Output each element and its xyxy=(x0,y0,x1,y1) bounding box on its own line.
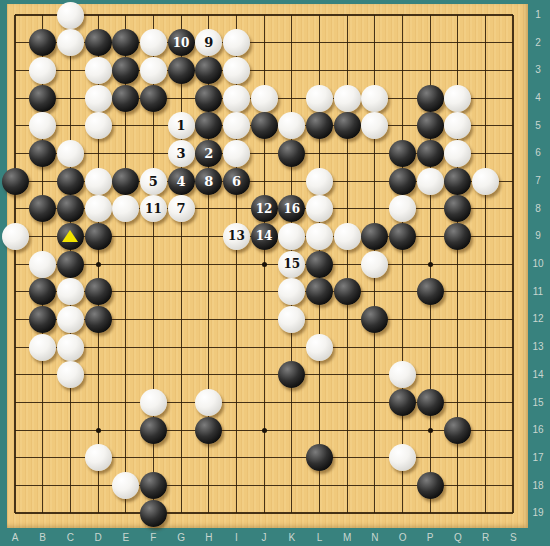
coord-label-row-11: 11 xyxy=(528,286,548,297)
stone-C12[interactable] xyxy=(57,306,84,333)
stone-G5[interactable]: 1 xyxy=(168,112,195,139)
triangle-marker xyxy=(62,230,78,242)
coord-label-col-G: G xyxy=(171,532,191,543)
stone-J9[interactable]: 14 xyxy=(251,223,278,250)
stone-L7[interactable] xyxy=(306,168,333,195)
coord-label-col-K: K xyxy=(282,532,302,543)
coord-label-row-5: 5 xyxy=(528,120,548,131)
coord-label-row-17: 17 xyxy=(528,452,548,463)
stone-O15[interactable] xyxy=(389,389,416,416)
stone-H3[interactable] xyxy=(195,57,222,84)
stone-L9[interactable] xyxy=(306,223,333,250)
coord-label-col-O: O xyxy=(393,532,413,543)
stone-B4[interactable] xyxy=(29,85,56,112)
stone-Q16[interactable] xyxy=(444,417,471,444)
stone-D5[interactable] xyxy=(85,112,112,139)
move-number-15: 15 xyxy=(283,258,300,270)
coord-label-col-F: F xyxy=(143,532,163,543)
coord-label-col-S: S xyxy=(503,532,523,543)
stone-C2[interactable] xyxy=(57,29,84,56)
stone-M5[interactable] xyxy=(334,112,361,139)
go-board-app: ABCDEFGHIJKLMNOPQRS123456789101112131415… xyxy=(0,0,550,546)
coord-label-row-18: 18 xyxy=(528,480,548,491)
stone-P11[interactable] xyxy=(417,278,444,305)
stone-R7[interactable] xyxy=(472,168,499,195)
stone-D4[interactable] xyxy=(85,85,112,112)
stone-P4[interactable] xyxy=(417,85,444,112)
move-number-8: 8 xyxy=(204,175,213,188)
coord-label-row-14: 14 xyxy=(528,369,548,380)
coord-label-col-R: R xyxy=(476,532,496,543)
coord-label-row-19: 19 xyxy=(528,507,548,518)
stone-H4[interactable] xyxy=(195,85,222,112)
stone-G8[interactable]: 7 xyxy=(168,195,195,222)
stone-L10[interactable] xyxy=(306,251,333,278)
coord-label-row-1: 1 xyxy=(528,9,548,20)
stone-I5[interactable] xyxy=(223,112,250,139)
stone-G2[interactable]: 10 xyxy=(168,29,195,56)
stone-F15[interactable] xyxy=(140,389,167,416)
stone-L4[interactable] xyxy=(306,85,333,112)
coord-label-row-8: 8 xyxy=(528,203,548,214)
coord-label-row-3: 3 xyxy=(528,64,548,75)
stone-Q4[interactable] xyxy=(444,85,471,112)
stone-D3[interactable] xyxy=(85,57,112,84)
move-number-10: 10 xyxy=(173,37,190,49)
stone-A7[interactable] xyxy=(2,168,29,195)
coord-label-col-Q: Q xyxy=(448,532,468,543)
stone-B10[interactable] xyxy=(29,251,56,278)
stone-M11[interactable] xyxy=(334,278,361,305)
coord-label-row-16: 16 xyxy=(528,424,548,435)
stone-P18[interactable] xyxy=(417,472,444,499)
stone-J5[interactable] xyxy=(251,112,278,139)
move-number-7: 7 xyxy=(177,202,186,215)
move-number-14: 14 xyxy=(256,230,273,242)
stone-C13[interactable] xyxy=(57,334,84,361)
stone-I6[interactable] xyxy=(223,140,250,167)
stone-E3[interactable] xyxy=(112,57,139,84)
stone-D8[interactable] xyxy=(85,195,112,222)
stone-O6[interactable] xyxy=(389,140,416,167)
move-number-9: 9 xyxy=(204,36,213,49)
move-number-11: 11 xyxy=(145,203,162,215)
coord-label-col-L: L xyxy=(309,532,329,543)
coord-label-row-10: 10 xyxy=(528,258,548,269)
coord-label-col-C: C xyxy=(60,532,80,543)
stone-M9[interactable] xyxy=(334,223,361,250)
stone-I3[interactable] xyxy=(223,57,250,84)
stone-A9[interactable] xyxy=(2,223,29,250)
stone-L13[interactable] xyxy=(306,334,333,361)
stone-C11[interactable] xyxy=(57,278,84,305)
coord-label-row-4: 4 xyxy=(528,92,548,103)
move-number-2: 2 xyxy=(204,147,213,160)
stone-F7[interactable]: 5 xyxy=(140,168,167,195)
move-number-13: 13 xyxy=(228,230,245,242)
stone-B12[interactable] xyxy=(29,306,56,333)
stone-G3[interactable] xyxy=(168,57,195,84)
stone-K10[interactable]: 15 xyxy=(278,251,305,278)
stone-F3[interactable] xyxy=(140,57,167,84)
stone-O7[interactable] xyxy=(389,168,416,195)
stone-C14[interactable] xyxy=(57,361,84,388)
stone-J4[interactable] xyxy=(251,85,278,112)
coord-label-row-7: 7 xyxy=(528,175,548,186)
coord-label-row-2: 2 xyxy=(528,37,548,48)
stone-C7[interactable] xyxy=(57,168,84,195)
coord-label-col-P: P xyxy=(420,532,440,543)
stone-D7[interactable] xyxy=(85,168,112,195)
stone-I2[interactable] xyxy=(223,29,250,56)
stone-P5[interactable] xyxy=(417,112,444,139)
stone-P15[interactable] xyxy=(417,389,444,416)
move-number-1: 1 xyxy=(177,119,186,132)
move-number-6: 6 xyxy=(232,175,241,188)
stone-D9[interactable] xyxy=(85,223,112,250)
stone-B13[interactable] xyxy=(29,334,56,361)
stone-O9[interactable] xyxy=(389,223,416,250)
coord-label-col-D: D xyxy=(88,532,108,543)
coord-label-row-12: 12 xyxy=(528,313,548,324)
stone-J8[interactable]: 12 xyxy=(251,195,278,222)
coord-label-row-13: 13 xyxy=(528,341,548,352)
move-number-5: 5 xyxy=(149,175,158,188)
move-number-12: 12 xyxy=(256,203,273,215)
go-board[interactable] xyxy=(7,4,528,528)
stone-H16[interactable] xyxy=(195,417,222,444)
stone-G7[interactable]: 4 xyxy=(168,168,195,195)
coord-label-col-H: H xyxy=(199,532,219,543)
stone-C6[interactable] xyxy=(57,140,84,167)
stone-P7[interactable] xyxy=(417,168,444,195)
coord-label-col-B: B xyxy=(33,532,53,543)
move-number-4: 4 xyxy=(177,175,186,188)
coord-label-row-15: 15 xyxy=(528,397,548,408)
stone-C1[interactable] xyxy=(57,2,84,29)
stone-F8[interactable]: 11 xyxy=(140,195,167,222)
stone-K6[interactable] xyxy=(278,140,305,167)
move-number-3: 3 xyxy=(177,147,186,160)
stone-Q7[interactable] xyxy=(444,168,471,195)
stone-M4[interactable] xyxy=(334,85,361,112)
coord-label-row-6: 6 xyxy=(528,147,548,158)
coord-label-col-J: J xyxy=(254,532,274,543)
stone-H6[interactable]: 2 xyxy=(195,140,222,167)
stone-G6[interactable]: 3 xyxy=(168,140,195,167)
coord-label-col-A: A xyxy=(5,532,25,543)
stone-I7[interactable]: 6 xyxy=(223,168,250,195)
stone-N4[interactable] xyxy=(361,85,388,112)
stone-C9[interactable] xyxy=(57,223,84,250)
coord-label-col-I: I xyxy=(226,532,246,543)
stone-P6[interactable] xyxy=(417,140,444,167)
coord-label-col-E: E xyxy=(116,532,136,543)
stone-I4[interactable] xyxy=(223,85,250,112)
stone-D11[interactable] xyxy=(85,278,112,305)
stone-F2[interactable] xyxy=(140,29,167,56)
coord-label-col-N: N xyxy=(365,532,385,543)
stone-E4[interactable] xyxy=(112,85,139,112)
stone-F4[interactable] xyxy=(140,85,167,112)
move-number-16: 16 xyxy=(283,203,300,215)
stone-C8[interactable] xyxy=(57,195,84,222)
stone-D12[interactable] xyxy=(85,306,112,333)
stone-B6[interactable] xyxy=(29,140,56,167)
stone-D17[interactable] xyxy=(85,444,112,471)
stone-D2[interactable] xyxy=(85,29,112,56)
stone-C10[interactable] xyxy=(57,251,84,278)
stone-F16[interactable] xyxy=(140,417,167,444)
stone-H7[interactable]: 8 xyxy=(195,168,222,195)
coord-label-row-9: 9 xyxy=(528,230,548,241)
stone-I9[interactable]: 13 xyxy=(223,223,250,250)
stone-E7[interactable] xyxy=(112,168,139,195)
stone-F19[interactable] xyxy=(140,500,167,527)
stone-F18[interactable] xyxy=(140,472,167,499)
coord-label-col-M: M xyxy=(337,532,357,543)
stone-L5[interactable] xyxy=(306,112,333,139)
stone-B3[interactable] xyxy=(29,57,56,84)
stone-N10[interactable] xyxy=(361,251,388,278)
